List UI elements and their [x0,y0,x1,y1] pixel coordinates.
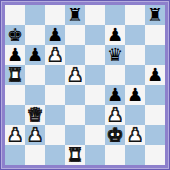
black-pawn-h5[interactable]: ♟ [145,65,165,85]
square-d5[interactable]: ♟ [65,65,85,85]
square-e3[interactable] [85,105,105,125]
square-d7[interactable] [65,25,85,45]
black-king-a7[interactable]: ♚ [5,25,25,45]
square-h7[interactable] [145,25,165,45]
square-d6[interactable] [65,45,85,65]
square-d1[interactable]: ♜ [65,145,85,165]
square-c6[interactable]: ♟ [45,45,65,65]
square-b3[interactable]: ♛ [25,105,45,125]
square-b4[interactable] [25,85,45,105]
square-b7[interactable] [25,25,45,45]
square-c5[interactable] [45,65,65,85]
square-c1[interactable] [45,145,65,165]
square-f8[interactable] [105,5,125,25]
black-pawn-b6[interactable]: ♟ [25,45,45,65]
square-b8[interactable] [25,5,45,25]
square-a2[interactable]: ♟ [5,125,25,145]
square-a7[interactable]: ♚ [5,25,25,45]
square-c4[interactable] [45,85,65,105]
square-e7[interactable] [85,25,105,45]
square-e2[interactable] [85,125,105,145]
square-e6[interactable] [85,45,105,65]
square-c2[interactable] [45,125,65,145]
square-g7[interactable] [125,25,145,45]
square-a5[interactable]: ♜ [5,65,25,85]
square-g3[interactable] [125,105,145,125]
white-rook-d1[interactable]: ♜ [65,145,85,165]
square-e1[interactable] [85,145,105,165]
white-pawn-d5[interactable]: ♟ [65,65,85,85]
chess-board: ♜♜♚♟♟♟♟♟♛♜♟♟♟♟♛♟♟♟♚♟♜ [5,5,165,165]
square-a6[interactable]: ♟ [5,45,25,65]
square-h4[interactable] [145,85,165,105]
square-e5[interactable] [85,65,105,85]
square-f7[interactable]: ♟ [105,25,125,45]
white-pawn-a2[interactable]: ♟ [5,125,25,145]
white-rook-a5[interactable]: ♜ [5,65,25,85]
square-b2[interactable]: ♟ [25,125,45,145]
square-h5[interactable]: ♟ [145,65,165,85]
square-b1[interactable] [25,145,45,165]
black-queen-f6[interactable]: ♛ [105,45,125,65]
black-pawn-f4[interactable]: ♟ [105,85,125,105]
square-f1[interactable] [105,145,125,165]
square-a3[interactable] [5,105,25,125]
square-h1[interactable] [145,145,165,165]
black-pawn-g4[interactable]: ♟ [125,85,145,105]
square-f2[interactable]: ♚ [105,125,125,145]
square-a1[interactable] [5,145,25,165]
square-d4[interactable] [65,85,85,105]
square-g5[interactable] [125,65,145,85]
square-e4[interactable] [85,85,105,105]
square-d8[interactable]: ♜ [65,5,85,25]
square-g2[interactable]: ♟ [125,125,145,145]
square-e8[interactable] [85,5,105,25]
black-rook-d8[interactable]: ♜ [65,5,85,25]
square-g6[interactable] [125,45,145,65]
square-g4[interactable]: ♟ [125,85,145,105]
square-d2[interactable] [65,125,85,145]
white-king-f2[interactable]: ♚ [105,125,125,145]
square-c7[interactable]: ♟ [45,25,65,45]
square-c3[interactable] [45,105,65,125]
white-pawn-b2[interactable]: ♟ [25,125,45,145]
white-pawn-f3[interactable]: ♟ [105,105,125,125]
white-queen-b3[interactable]: ♛ [25,105,45,125]
white-pawn-c6[interactable]: ♟ [45,45,65,65]
square-b6[interactable]: ♟ [25,45,45,65]
square-f5[interactable] [105,65,125,85]
board-frame: ♜♜♚♟♟♟♟♟♛♜♟♟♟♟♛♟♟♟♚♟♜ [0,0,170,170]
black-pawn-f7[interactable]: ♟ [105,25,125,45]
black-pawn-c7[interactable]: ♟ [45,25,65,45]
square-d3[interactable] [65,105,85,125]
square-a4[interactable] [5,85,25,105]
black-rook-h8[interactable]: ♜ [145,5,165,25]
square-b5[interactable] [25,65,45,85]
square-c8[interactable] [45,5,65,25]
square-g1[interactable] [125,145,145,165]
white-pawn-g2[interactable]: ♟ [125,125,145,145]
square-h6[interactable] [145,45,165,65]
square-h3[interactable] [145,105,165,125]
square-f4[interactable]: ♟ [105,85,125,105]
square-f3[interactable]: ♟ [105,105,125,125]
square-h2[interactable] [145,125,165,145]
square-f6[interactable]: ♛ [105,45,125,65]
square-h8[interactable]: ♜ [145,5,165,25]
square-g8[interactable] [125,5,145,25]
square-a8[interactable] [5,5,25,25]
black-pawn-a6[interactable]: ♟ [5,45,25,65]
